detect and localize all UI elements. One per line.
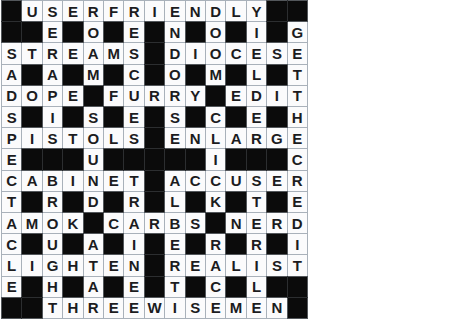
cell-r13c1[interactable]: L bbox=[2, 255, 21, 275]
cell-r14c7[interactable]: E bbox=[124, 277, 143, 297]
cell-r6c10 bbox=[186, 107, 205, 127]
cell-r6c5[interactable]: S bbox=[84, 107, 103, 127]
cell-r13c6[interactable]: E bbox=[104, 255, 123, 275]
cell-r3c9[interactable]: D bbox=[165, 43, 184, 63]
cell-r14c10 bbox=[186, 277, 205, 297]
cell-r7c5[interactable]: O bbox=[84, 128, 103, 148]
cell-r4c8 bbox=[145, 65, 164, 85]
cell-r9c7[interactable]: T bbox=[124, 171, 143, 191]
cell-r5c3[interactable]: P bbox=[43, 86, 62, 106]
cell-r3c10[interactable]: I bbox=[186, 43, 205, 63]
cell-r5c14[interactable]: I bbox=[267, 86, 286, 106]
cell-r13c8 bbox=[145, 255, 164, 275]
cell-r4c14 bbox=[267, 65, 286, 85]
cell-r6c9[interactable]: S bbox=[165, 107, 184, 127]
cell-r14c2 bbox=[22, 277, 41, 297]
cell-r3c7[interactable]: S bbox=[124, 43, 143, 63]
cell-r9c6[interactable]: E bbox=[104, 171, 123, 191]
cell-r1c7[interactable]: R bbox=[124, 1, 143, 21]
cell-r13c10[interactable]: E bbox=[186, 255, 205, 275]
cell-r15c3[interactable]: T bbox=[43, 298, 62, 318]
cell-r13c14[interactable]: S bbox=[267, 255, 286, 275]
cell-r10c7[interactable]: R bbox=[124, 192, 143, 212]
cell-r3c14[interactable]: S bbox=[267, 43, 286, 63]
cell-r2c15[interactable]: G bbox=[288, 22, 307, 42]
cell-r6c15[interactable]: H bbox=[288, 107, 307, 127]
cell-r13c12[interactable]: L bbox=[226, 255, 245, 275]
cell-r5c12[interactable]: E bbox=[226, 86, 245, 106]
cell-r8c6 bbox=[104, 149, 123, 169]
cell-r13c9[interactable]: R bbox=[165, 255, 184, 275]
cell-r8c3 bbox=[43, 149, 62, 169]
cell-r12c11[interactable]: R bbox=[206, 234, 225, 254]
cell-r3c12[interactable]: C bbox=[226, 43, 245, 63]
cell-r2c11[interactable]: O bbox=[206, 22, 225, 42]
cell-r8c15[interactable]: C bbox=[288, 149, 307, 169]
cell-r14c8 bbox=[145, 277, 164, 297]
cell-r4c2 bbox=[22, 65, 41, 85]
cell-r4c15[interactable]: T bbox=[288, 65, 307, 85]
cell-r15c6[interactable]: E bbox=[104, 298, 123, 318]
cell-r3c11[interactable]: O bbox=[206, 43, 225, 63]
cell-r6c7[interactable]: E bbox=[124, 107, 143, 127]
cell-r11c1[interactable]: A bbox=[2, 213, 21, 233]
cell-r14c13[interactable]: L bbox=[247, 277, 266, 297]
cell-r14c15 bbox=[288, 277, 307, 297]
cell-r7c13[interactable]: R bbox=[247, 128, 266, 148]
cell-r2c8 bbox=[145, 22, 164, 42]
cell-r12c10 bbox=[186, 234, 205, 254]
cell-r10c5[interactable]: D bbox=[84, 192, 103, 212]
cell-r10c10 bbox=[186, 192, 205, 212]
cell-r1c3[interactable]: S bbox=[43, 1, 62, 21]
cell-r11c11 bbox=[206, 213, 225, 233]
cell-r8c9 bbox=[165, 149, 184, 169]
cell-r9c15[interactable]: R bbox=[288, 171, 307, 191]
cell-r3c15[interactable]: E bbox=[288, 43, 307, 63]
cell-r8c7 bbox=[124, 149, 143, 169]
cell-r7c9[interactable]: E bbox=[165, 128, 184, 148]
cell-r7c6[interactable]: L bbox=[104, 128, 123, 148]
cell-r9c11[interactable]: C bbox=[206, 171, 225, 191]
cell-r13c7[interactable]: N bbox=[124, 255, 143, 275]
cell-r10c9[interactable]: L bbox=[165, 192, 184, 212]
cell-r5c11 bbox=[206, 86, 225, 106]
cell-r8c5[interactable]: U bbox=[84, 149, 103, 169]
cell-r7c15[interactable]: E bbox=[288, 128, 307, 148]
cell-r2c4 bbox=[63, 22, 82, 42]
cell-r10c6 bbox=[104, 192, 123, 212]
cell-r3c1[interactable]: S bbox=[2, 43, 21, 63]
cell-r6c8 bbox=[145, 107, 164, 127]
cell-r8c1[interactable]: E bbox=[2, 149, 21, 169]
cell-r8c13 bbox=[247, 149, 266, 169]
cell-r12c15[interactable]: I bbox=[288, 234, 307, 254]
cell-r4c13[interactable]: L bbox=[247, 65, 266, 85]
cell-r5c2[interactable]: O bbox=[22, 86, 41, 106]
cell-r3c4[interactable]: E bbox=[63, 43, 82, 63]
cell-r9c8 bbox=[145, 171, 164, 191]
cell-r1c11[interactable]: D bbox=[206, 1, 225, 21]
cell-r9c9[interactable]: A bbox=[165, 171, 184, 191]
cell-r7c1[interactable]: P bbox=[2, 128, 21, 148]
cell-r10c13[interactable]: T bbox=[247, 192, 266, 212]
cell-r15c12[interactable]: M bbox=[226, 298, 245, 318]
cell-r4c1[interactable]: A bbox=[2, 65, 21, 85]
cell-r10c1[interactable]: T bbox=[2, 192, 21, 212]
cell-r2c1 bbox=[2, 22, 21, 42]
cell-r13c3[interactable]: G bbox=[43, 255, 62, 275]
cell-r11c13[interactable]: E bbox=[247, 213, 266, 233]
cell-r11c15[interactable]: D bbox=[288, 213, 307, 233]
cell-r14c1[interactable]: E bbox=[2, 277, 21, 297]
cell-r15c9[interactable]: I bbox=[165, 298, 184, 318]
cell-r9c4[interactable]: I bbox=[63, 171, 82, 191]
cell-r12c6 bbox=[104, 234, 123, 254]
cell-r1c4[interactable]: E bbox=[63, 1, 82, 21]
cell-r8c4 bbox=[63, 149, 82, 169]
cell-r11c5 bbox=[84, 213, 103, 233]
cell-r12c9[interactable]: E bbox=[165, 234, 184, 254]
cell-r10c8 bbox=[145, 192, 164, 212]
cell-r1c13[interactable]: Y bbox=[247, 1, 266, 21]
cell-r3c2[interactable]: T bbox=[22, 43, 41, 63]
cell-r2c3[interactable]: E bbox=[43, 22, 62, 42]
cell-r15c8[interactable]: W bbox=[145, 298, 164, 318]
cell-r4c3[interactable]: A bbox=[43, 65, 62, 85]
cell-r13c15[interactable]: T bbox=[288, 255, 307, 275]
cell-r1c10[interactable]: N bbox=[186, 1, 205, 21]
cell-r2c14 bbox=[267, 22, 286, 42]
cell-r6c12 bbox=[226, 107, 245, 127]
cell-r6c13[interactable]: E bbox=[247, 107, 266, 127]
cell-r13c13[interactable]: I bbox=[247, 255, 266, 275]
cell-r11c14[interactable]: R bbox=[267, 213, 286, 233]
cell-r15c15 bbox=[288, 298, 307, 318]
cell-r1c1 bbox=[2, 1, 21, 21]
cell-r14c4 bbox=[63, 277, 82, 297]
cell-r7c11[interactable]: L bbox=[206, 128, 225, 148]
cell-r2c10 bbox=[186, 22, 205, 42]
cell-r1c6[interactable]: F bbox=[104, 1, 123, 21]
cell-r3c8 bbox=[145, 43, 164, 63]
cell-r4c5[interactable]: M bbox=[84, 65, 103, 85]
cell-r1c5[interactable]: R bbox=[84, 1, 103, 21]
cell-r5c4[interactable]: E bbox=[63, 86, 82, 106]
cell-r11c3[interactable]: O bbox=[43, 213, 62, 233]
cell-r10c14 bbox=[267, 192, 286, 212]
cell-r12c5[interactable]: A bbox=[84, 234, 103, 254]
cell-r12c1[interactable]: C bbox=[2, 234, 21, 254]
cell-r14c12 bbox=[226, 277, 245, 297]
cell-r5c7[interactable]: U bbox=[124, 86, 143, 106]
cell-r8c2 bbox=[22, 149, 41, 169]
cell-r2c9[interactable]: N bbox=[165, 22, 184, 42]
cell-r1c8[interactable]: I bbox=[145, 1, 164, 21]
cell-r11c6[interactable]: C bbox=[104, 213, 123, 233]
cell-r5c5 bbox=[84, 86, 103, 106]
cell-r12c8 bbox=[145, 234, 164, 254]
cell-r8c12 bbox=[226, 149, 245, 169]
cell-r7c7[interactable]: S bbox=[124, 128, 143, 148]
cell-r10c11[interactable]: K bbox=[206, 192, 225, 212]
cell-r4c12 bbox=[226, 65, 245, 85]
cell-r5c13[interactable]: D bbox=[247, 86, 266, 106]
cell-r4c7[interactable]: C bbox=[124, 65, 143, 85]
cell-r8c8 bbox=[145, 149, 164, 169]
cell-r12c4 bbox=[63, 234, 82, 254]
cell-r5c9[interactable]: R bbox=[165, 86, 184, 106]
cell-r6c11[interactable]: C bbox=[206, 107, 225, 127]
cell-r13c2[interactable]: I bbox=[22, 255, 41, 275]
cell-r13c4[interactable]: H bbox=[63, 255, 82, 275]
cell-r15c1 bbox=[2, 298, 21, 318]
cell-r11c9[interactable]: B bbox=[165, 213, 184, 233]
cell-r14c5[interactable]: A bbox=[84, 277, 103, 297]
cell-r11c12[interactable]: N bbox=[226, 213, 245, 233]
cell-r6c2 bbox=[22, 107, 41, 127]
cell-r13c11[interactable]: A bbox=[206, 255, 225, 275]
cell-r7c3[interactable]: S bbox=[43, 128, 62, 148]
cell-r8c11[interactable]: I bbox=[206, 149, 225, 169]
cell-r15c11[interactable]: E bbox=[206, 298, 225, 318]
cell-r1c15 bbox=[288, 1, 307, 21]
cell-r9c2[interactable]: A bbox=[22, 171, 41, 191]
cell-r15c5[interactable]: R bbox=[84, 298, 103, 318]
cell-r6c14 bbox=[267, 107, 286, 127]
cell-r5c1[interactable]: D bbox=[2, 86, 21, 106]
cell-r7c2[interactable]: I bbox=[22, 128, 41, 148]
cell-r11c7[interactable]: A bbox=[124, 213, 143, 233]
cell-r6c4 bbox=[63, 107, 82, 127]
cell-r7c8 bbox=[145, 128, 164, 148]
cell-r14c14 bbox=[267, 277, 286, 297]
cell-r3c6[interactable]: M bbox=[104, 43, 123, 63]
cell-r12c13[interactable]: R bbox=[247, 234, 266, 254]
cell-r9c14[interactable]: E bbox=[267, 171, 286, 191]
cell-r12c3[interactable]: U bbox=[43, 234, 62, 254]
cell-r10c12 bbox=[226, 192, 245, 212]
cell-r4c6 bbox=[104, 65, 123, 85]
cell-r1c2[interactable]: U bbox=[22, 1, 41, 21]
cell-r1c9[interactable]: E bbox=[165, 1, 184, 21]
cell-r6c3[interactable]: I bbox=[43, 107, 62, 127]
cell-r7c14[interactable]: G bbox=[267, 128, 286, 148]
cell-r4c9[interactable]: O bbox=[165, 65, 184, 85]
cell-r4c10 bbox=[186, 65, 205, 85]
cell-r1c14 bbox=[267, 1, 286, 21]
cell-r2c2 bbox=[22, 22, 41, 42]
cell-r12c7[interactable]: I bbox=[124, 234, 143, 254]
cell-r4c4 bbox=[63, 65, 82, 85]
cell-r10c4 bbox=[63, 192, 82, 212]
cell-r15c14[interactable]: N bbox=[267, 298, 286, 318]
cell-r2c6 bbox=[104, 22, 123, 42]
cell-r1c12[interactable]: L bbox=[226, 1, 245, 21]
cell-r5c10[interactable]: Y bbox=[186, 86, 205, 106]
cell-r2c7[interactable]: E bbox=[124, 22, 143, 42]
cell-r12c14 bbox=[267, 234, 286, 254]
cell-r14c3[interactable]: H bbox=[43, 277, 62, 297]
cell-r15c2 bbox=[22, 298, 41, 318]
cell-r8c10 bbox=[186, 149, 205, 169]
cell-r11c4[interactable]: K bbox=[63, 213, 82, 233]
cell-r11c8[interactable]: R bbox=[145, 213, 164, 233]
crossword-grid: USERFRIENDLYEOENOIGSTREAMSDIOCESEAAMCOML… bbox=[1, 0, 308, 319]
cell-r9c3[interactable]: B bbox=[43, 171, 62, 191]
cell-r8c14 bbox=[267, 149, 286, 169]
cell-r3c5[interactable]: A bbox=[84, 43, 103, 63]
cell-r2c12 bbox=[226, 22, 245, 42]
cell-r10c3[interactable]: R bbox=[43, 192, 62, 212]
cell-r15c10[interactable]: S bbox=[186, 298, 205, 318]
cell-r10c15[interactable]: E bbox=[288, 192, 307, 212]
cell-r2c5[interactable]: O bbox=[84, 22, 103, 42]
cell-r5c15[interactable]: T bbox=[288, 86, 307, 106]
cell-r14c6 bbox=[104, 277, 123, 297]
cell-r4c11[interactable]: M bbox=[206, 65, 225, 85]
cell-r7c4[interactable]: T bbox=[63, 128, 82, 148]
page: USERFRIENDLYEOENOIGSTREAMSDIOCESEAAMCOML… bbox=[0, 0, 451, 320]
cell-r12c12 bbox=[226, 234, 245, 254]
cell-r9c10[interactable]: C bbox=[186, 171, 205, 191]
cell-r3c3[interactable]: R bbox=[43, 43, 62, 63]
cell-r14c9[interactable]: T bbox=[165, 277, 184, 297]
cell-r15c13[interactable]: E bbox=[247, 298, 266, 318]
cell-r11c10[interactable]: S bbox=[186, 213, 205, 233]
cell-r3c13[interactable]: E bbox=[247, 43, 266, 63]
cell-r13c5[interactable]: T bbox=[84, 255, 103, 275]
cell-r6c1[interactable]: S bbox=[2, 107, 21, 127]
cell-r15c7[interactable]: E bbox=[124, 298, 143, 318]
cell-r6c6 bbox=[104, 107, 123, 127]
cell-r5c8[interactable]: R bbox=[145, 86, 164, 106]
cell-r7c10[interactable]: N bbox=[186, 128, 205, 148]
cell-r9c5[interactable]: N bbox=[84, 171, 103, 191]
cell-r14c11[interactable]: C bbox=[206, 277, 225, 297]
cell-r15c4[interactable]: H bbox=[63, 298, 82, 318]
cell-r9c12[interactable]: U bbox=[226, 171, 245, 191]
cell-r2c13[interactable]: I bbox=[247, 22, 266, 42]
cell-r11c2[interactable]: M bbox=[22, 213, 41, 233]
cell-r10c2 bbox=[22, 192, 41, 212]
cell-r5c6[interactable]: F bbox=[104, 86, 123, 106]
cell-r9c1[interactable]: C bbox=[2, 171, 21, 191]
cell-r7c12[interactable]: A bbox=[226, 128, 245, 148]
cell-r9c13[interactable]: S bbox=[247, 171, 266, 191]
cell-r12c2 bbox=[22, 234, 41, 254]
